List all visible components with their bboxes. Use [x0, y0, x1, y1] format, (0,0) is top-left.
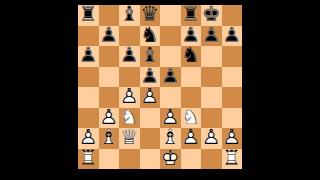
square-h1[interactable]: ♜♖ [222, 149, 243, 170]
square-e6[interactable] [160, 46, 181, 67]
square-b1[interactable] [99, 149, 120, 170]
square-b5[interactable] [99, 67, 120, 88]
square-e3[interactable]: ♟♙ [160, 108, 181, 129]
square-b4[interactable] [99, 87, 120, 108]
square-d4[interactable]: ♟♙ [140, 87, 161, 108]
square-h3[interactable] [222, 108, 243, 129]
square-h5[interactable] [222, 67, 243, 88]
square-c8[interactable]: ♝♗ [119, 5, 140, 26]
piece-black-pawn: ♟♙ [99, 26, 120, 47]
square-f6[interactable]: ♞♘ [181, 46, 202, 67]
square-a1[interactable]: ♜♖ [78, 149, 99, 170]
piece-white-pawn: ♟♙ [78, 128, 99, 149]
square-e4[interactable] [160, 87, 181, 108]
square-e2[interactable]: ♝♗ [160, 128, 181, 149]
square-c2[interactable]: ♛♕ [119, 128, 140, 149]
piece-white-bishop: ♝♗ [99, 128, 120, 149]
square-b6[interactable] [99, 46, 120, 67]
square-b3[interactable]: ♟♙ [99, 108, 120, 129]
square-b7[interactable]: ♟♙ [99, 26, 120, 47]
square-g8[interactable]: ♚♔ [201, 5, 222, 26]
piece-white-knight: ♞♘ [181, 108, 202, 129]
piece-white-knight: ♞♘ [119, 108, 140, 129]
square-h4[interactable] [222, 87, 243, 108]
square-g5[interactable] [201, 67, 222, 88]
square-d3[interactable] [140, 108, 161, 129]
square-d6[interactable]: ♝♗ [140, 46, 161, 67]
square-c4[interactable]: ♟♙ [119, 87, 140, 108]
letterbox-left [0, 0, 78, 180]
square-c6[interactable]: ♟♙ [119, 46, 140, 67]
piece-white-pawn: ♟♙ [201, 128, 222, 149]
square-g2[interactable]: ♟♙ [201, 128, 222, 149]
piece-black-pawn: ♟♙ [119, 46, 140, 67]
square-c7[interactable] [119, 26, 140, 47]
square-c3[interactable]: ♞♘ [119, 108, 140, 129]
square-f4[interactable] [181, 87, 202, 108]
square-a4[interactable] [78, 87, 99, 108]
piece-black-bishop: ♝♗ [140, 46, 161, 67]
square-c5[interactable] [119, 67, 140, 88]
square-f5[interactable] [181, 67, 202, 88]
square-d7[interactable]: ♞♘ [140, 26, 161, 47]
square-e5[interactable]: ♟♙ [160, 67, 181, 88]
chess-board: ♜♖♝♗♛♕♜♖♚♔♟♙♞♘♟♙♟♙♟♙♟♙♟♙♝♗♞♘♟♙♟♙♟♙♟♙♟♙♞♘… [78, 5, 242, 169]
square-h8[interactable] [222, 5, 243, 26]
piece-white-pawn: ♟♙ [181, 128, 202, 149]
square-f2[interactable]: ♟♙ [181, 128, 202, 149]
piece-white-pawn: ♟♙ [119, 87, 140, 108]
piece-white-queen: ♛♕ [119, 128, 140, 149]
square-a8[interactable]: ♜♖ [78, 5, 99, 26]
square-d8[interactable]: ♛♕ [140, 5, 161, 26]
piece-black-pawn: ♟♙ [160, 67, 181, 88]
square-b2[interactable]: ♝♗ [99, 128, 120, 149]
square-a2[interactable]: ♟♙ [78, 128, 99, 149]
square-a3[interactable] [78, 108, 99, 129]
square-g1[interactable] [201, 149, 222, 170]
piece-black-queen: ♛♕ [140, 5, 161, 26]
square-h6[interactable] [222, 46, 243, 67]
square-d2[interactable] [140, 128, 161, 149]
square-a5[interactable] [78, 67, 99, 88]
piece-white-rook: ♜♖ [222, 149, 243, 170]
piece-black-knight: ♞♘ [140, 26, 161, 47]
piece-black-pawn: ♟♙ [201, 26, 222, 47]
piece-black-pawn: ♟♙ [181, 26, 202, 47]
piece-white-pawn: ♟♙ [222, 128, 243, 149]
piece-black-pawn: ♟♙ [140, 67, 161, 88]
square-g3[interactable] [201, 108, 222, 129]
square-f7[interactable]: ♟♙ [181, 26, 202, 47]
square-h2[interactable]: ♟♙ [222, 128, 243, 149]
piece-white-king: ♚♔ [160, 149, 181, 170]
piece-black-knight: ♞♘ [181, 46, 202, 67]
square-a6[interactable]: ♟♙ [78, 46, 99, 67]
piece-black-pawn: ♟♙ [78, 46, 99, 67]
square-d5[interactable]: ♟♙ [140, 67, 161, 88]
piece-black-rook: ♜♖ [181, 5, 202, 26]
piece-white-pawn: ♟♙ [99, 108, 120, 129]
square-c1[interactable] [119, 149, 140, 170]
square-f3[interactable]: ♞♘ [181, 108, 202, 129]
piece-black-king: ♚♔ [201, 5, 222, 26]
piece-white-bishop: ♝♗ [160, 128, 181, 149]
square-g4[interactable] [201, 87, 222, 108]
square-h7[interactable]: ♟♙ [222, 26, 243, 47]
piece-black-bishop: ♝♗ [119, 5, 140, 26]
piece-black-pawn: ♟♙ [222, 26, 243, 47]
square-g7[interactable]: ♟♙ [201, 26, 222, 47]
square-d1[interactable] [140, 149, 161, 170]
square-f1[interactable] [181, 149, 202, 170]
square-g6[interactable] [201, 46, 222, 67]
letterbox-right [242, 0, 320, 180]
square-f8[interactable]: ♜♖ [181, 5, 202, 26]
square-e1[interactable]: ♚♔ [160, 149, 181, 170]
square-e8[interactable] [160, 5, 181, 26]
piece-white-pawn: ♟♙ [140, 87, 161, 108]
piece-black-rook: ♜♖ [78, 5, 99, 26]
square-a7[interactable] [78, 26, 99, 47]
piece-white-rook: ♜♖ [78, 149, 99, 170]
piece-white-pawn: ♟♙ [160, 108, 181, 129]
square-e7[interactable] [160, 26, 181, 47]
square-b8[interactable] [99, 5, 120, 26]
